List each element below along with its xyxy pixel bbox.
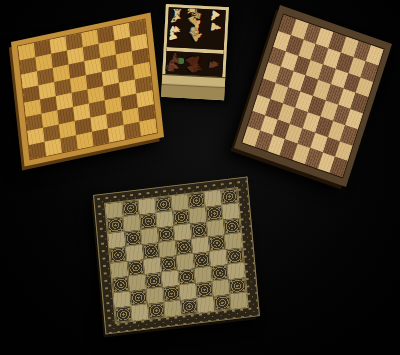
square-b1-oak	[45, 139, 62, 156]
box-front-panel	[161, 74, 225, 100]
square-f1-brass	[197, 296, 215, 313]
brass-board-grid	[105, 188, 247, 323]
chess-pieces-box: ♜♟♞♟♝♛♟♚♟♞♟♜ ♟♜♟♞♝♟♛♟♞♟	[161, 4, 229, 100]
square-h1-brass	[230, 292, 248, 309]
photo-stage: ♜♟♞♟♝♛♟♚♟♞♟♜ ♟♜♟♞♝♟♛♟♞♟	[0, 0, 400, 355]
chess-board-oak	[11, 12, 164, 166]
chess-board-walnut	[234, 5, 392, 187]
square-e1-brass	[180, 298, 198, 315]
square-g1-oak	[124, 122, 141, 139]
square-c1-oak	[60, 135, 77, 152]
square-a1-oak	[29, 142, 46, 159]
square-d1-brass	[164, 300, 182, 317]
square-d1-oak	[76, 132, 93, 149]
square-a1-brass	[115, 306, 133, 323]
square-c1-brass	[147, 302, 165, 319]
box-rim: ♜♟♞♟♝♛♟♚♟♞♟♜ ♟♜♟♞♝♟♛♟♞♟	[162, 4, 229, 77]
square-h1-oak	[140, 118, 157, 135]
oak-board-grid	[18, 20, 157, 160]
square-b1-brass	[131, 304, 149, 321]
chess-board-brass	[93, 177, 260, 335]
square-f1-oak	[108, 125, 125, 142]
square-g1-brass	[213, 294, 231, 311]
black-pieces-compartment: ♟♜♟♞♝♟♛♟♞♟	[165, 51, 223, 74]
square-e1-oak	[92, 128, 109, 145]
boxed-chess-piece: ♞	[206, 59, 221, 73]
white-pieces-compartment: ♜♟♞♟♝♛♟♚♟♞♟♜	[167, 7, 226, 50]
walnut-board-grid	[242, 15, 383, 178]
boxed-chess-piece: ♜	[186, 7, 199, 16]
